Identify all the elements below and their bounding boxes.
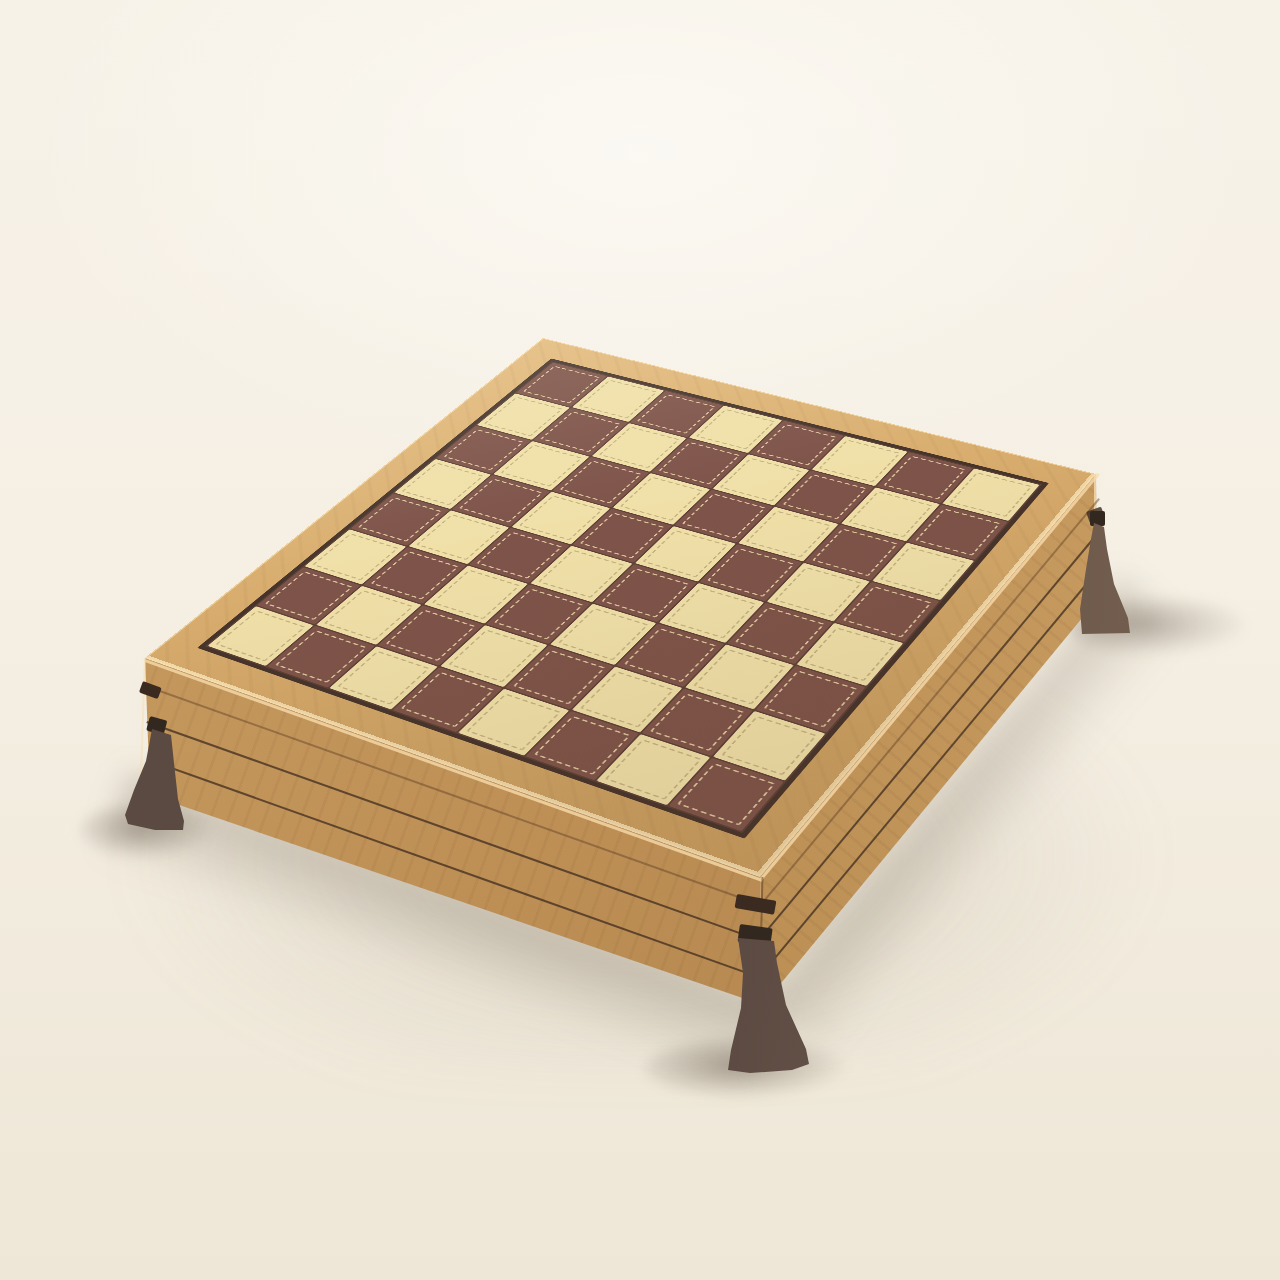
right-foot-notch <box>1090 511 1105 526</box>
product-photo-chess-box <box>0 0 1280 1280</box>
